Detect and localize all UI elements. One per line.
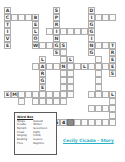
empty-cell[interactable] <box>95 91 102 98</box>
given-letter-cell: A <box>4 7 11 14</box>
word-box-right-column: GroundWinterSeventeenEightClimbLeavesDay… <box>33 120 47 145</box>
given-letter-cell: L <box>81 63 88 70</box>
empty-cell[interactable] <box>95 70 102 77</box>
given-letter-cell: P <box>53 14 60 21</box>
word-box-word: Climb <box>33 134 47 137</box>
empty-cell[interactable] <box>74 119 81 126</box>
empty-cell[interactable] <box>60 84 67 91</box>
word-box-word: Ground <box>33 120 47 123</box>
empty-cell[interactable] <box>74 28 81 35</box>
empty-cell[interactable] <box>74 63 81 70</box>
given-letter-cell: L <box>67 56 74 63</box>
word-box-title: Word Box <box>17 115 54 119</box>
empty-cell[interactable] <box>95 14 102 21</box>
given-letter-cell: G <box>88 21 95 28</box>
empty-cell[interactable] <box>39 42 46 49</box>
empty-cell[interactable] <box>18 91 25 98</box>
empty-cell[interactable] <box>60 91 67 98</box>
empty-cell[interactable] <box>18 98 25 105</box>
empty-cell[interactable] <box>102 14 109 21</box>
empty-cell[interactable] <box>88 105 95 112</box>
given-letter-cell: S <box>53 7 60 14</box>
empty-cell[interactable] <box>95 84 102 91</box>
given-letter-cell: W <box>32 42 39 49</box>
empty-cell[interactable] <box>109 105 116 112</box>
given-letter-cell: S <box>53 49 60 56</box>
given-letter-cell: R <box>109 49 116 56</box>
empty-cell[interactable] <box>46 63 53 70</box>
empty-cell[interactable] <box>81 28 88 35</box>
empty-cell[interactable] <box>46 28 53 35</box>
empty-cell[interactable] <box>95 119 102 126</box>
word-box: Word Box WingsCicadaNymphCrawlSingingBuz… <box>14 112 57 155</box>
given-letter-cell: T <box>4 21 11 28</box>
empty-cell[interactable] <box>25 14 32 21</box>
given-letter-cell: O <box>32 35 39 42</box>
puzzle-page: ASDCBPITERGILIGVONIEWGSNTSGRLLEANLERSGEE… <box>0 0 125 162</box>
empty-cell[interactable] <box>60 49 67 56</box>
given-letter-cell: I <box>88 14 95 21</box>
empty-cell[interactable] <box>102 119 109 126</box>
empty-cell[interactable] <box>67 84 74 91</box>
empty-cell[interactable] <box>109 98 116 105</box>
empty-cell[interactable] <box>32 91 39 98</box>
given-letter-cell: E <box>4 42 11 49</box>
given-letter-cell: N <box>60 63 67 70</box>
empty-cell[interactable] <box>95 105 102 112</box>
given-letter-cell: M <box>11 91 18 98</box>
given-letter-cell: B <box>32 14 39 21</box>
word-box-word: Leaves <box>33 138 47 141</box>
word-box-left-column: WingsCicadaNymphCrawlSingingBuzzingFlies <box>17 120 27 145</box>
word-box-word: Singing <box>17 134 27 137</box>
given-letter-cell: V <box>4 35 11 42</box>
given-letter-cell: C <box>4 14 11 21</box>
given-letter-cell: E <box>32 21 39 28</box>
empty-cell[interactable] <box>95 77 102 84</box>
word-box-word: Crawl <box>17 131 27 134</box>
word-box-columns: WingsCicadaNymphCrawlSingingBuzzingFlies… <box>17 120 54 145</box>
given-letter-cell: N <box>88 42 95 49</box>
digit-cell: 4 <box>60 119 67 126</box>
empty-cell[interactable] <box>102 91 109 98</box>
word-box-word: Winter <box>33 123 47 126</box>
word-box-word: Flies <box>17 142 27 145</box>
given-letter-cell: I <box>88 35 95 42</box>
empty-cell[interactable] <box>53 63 60 70</box>
given-letter-cell: G <box>53 42 60 49</box>
empty-cell[interactable] <box>67 91 74 98</box>
empty-cell[interactable] <box>53 91 60 98</box>
given-letter-cell: R <box>53 21 60 28</box>
empty-cell[interactable] <box>88 119 95 126</box>
given-letter-cell: E <box>4 91 11 98</box>
given-letter-cell: R <box>39 70 46 77</box>
empty-cell[interactable] <box>67 63 74 70</box>
empty-cell[interactable] <box>67 77 74 84</box>
empty-cell[interactable] <box>60 56 67 63</box>
given-letter-cell: D <box>88 7 95 14</box>
empty-cell[interactable] <box>95 42 102 49</box>
empty-cell[interactable] <box>60 98 67 105</box>
given-letter-cell: L <box>39 56 46 63</box>
empty-cell[interactable] <box>109 112 116 119</box>
empty-cell[interactable] <box>46 98 53 105</box>
given-letter-cell: A <box>39 63 46 70</box>
blocked-cell <box>67 119 74 126</box>
empty-cell[interactable] <box>32 63 39 70</box>
empty-cell[interactable] <box>109 119 116 126</box>
given-letter-cell: T <box>109 42 116 49</box>
empty-cell[interactable] <box>46 42 53 49</box>
empty-cell[interactable] <box>95 56 102 63</box>
given-letter-cell: S <box>109 70 116 77</box>
word-box-word: Eight <box>33 131 47 134</box>
given-letter-cell: L <box>32 28 39 35</box>
empty-cell[interactable] <box>60 28 67 35</box>
empty-cell[interactable] <box>39 98 46 105</box>
given-letter-cell: E <box>39 84 46 91</box>
empty-cell[interactable] <box>81 119 88 126</box>
empty-cell[interactable] <box>102 42 109 49</box>
given-letter-cell: G <box>88 28 95 35</box>
empty-cell[interactable] <box>18 14 25 21</box>
given-letter-cell: E <box>109 63 116 70</box>
given-letter-cell: G <box>39 77 46 84</box>
given-letter-cell: I <box>4 28 11 35</box>
empty-cell[interactable] <box>67 28 74 35</box>
empty-cell[interactable] <box>95 63 102 70</box>
empty-cell[interactable] <box>102 63 109 70</box>
given-letter-cell: N <box>53 35 60 42</box>
empty-cell[interactable] <box>11 14 18 21</box>
word-box-word: Seventeen <box>33 127 47 130</box>
empty-cell[interactable] <box>102 105 109 112</box>
empty-cell[interactable] <box>67 70 74 77</box>
empty-cell[interactable] <box>32 98 39 105</box>
given-letter-cell: S <box>60 42 67 49</box>
empty-cell[interactable] <box>39 91 46 98</box>
word-box-word: Wings <box>17 120 27 123</box>
empty-cell[interactable] <box>25 91 32 98</box>
given-letter-cell: I <box>53 28 60 35</box>
given-letter-cell: E <box>109 56 116 63</box>
story-link[interactable]: Cecily Cicada - Story <box>63 138 114 143</box>
word-box-word: Nymph <box>17 127 27 130</box>
given-letter-cell: L <box>109 91 116 98</box>
empty-cell[interactable] <box>60 77 67 84</box>
empty-cell[interactable] <box>53 98 60 105</box>
empty-cell[interactable] <box>60 70 67 77</box>
empty-cell[interactable] <box>46 91 53 98</box>
empty-cell[interactable] <box>88 91 95 98</box>
empty-cell[interactable] <box>88 63 95 70</box>
given-letter-cell: G <box>88 49 95 56</box>
word-box-word: Cicada <box>17 123 27 126</box>
word-box-word: Buzzing <box>17 138 27 141</box>
empty-cell[interactable] <box>109 14 116 21</box>
word-box-word: Daytime <box>33 142 47 145</box>
